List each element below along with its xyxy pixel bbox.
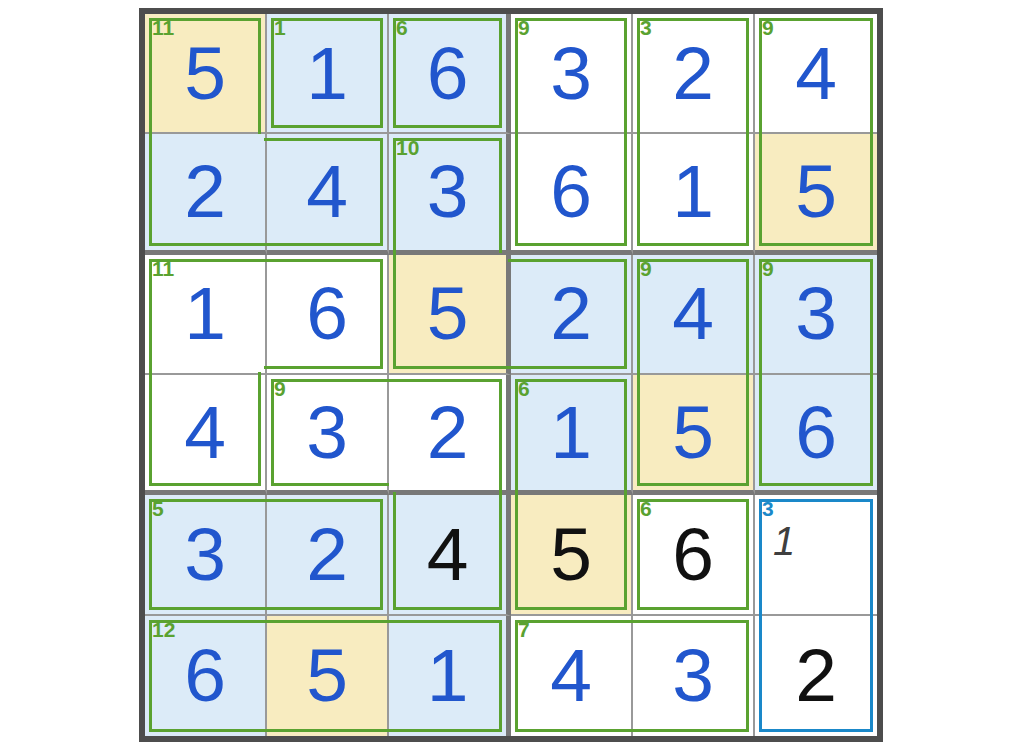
cell-digit: 2 [427, 395, 469, 470]
cell-digit: 4 [795, 36, 837, 111]
cell-digit: 1 [550, 395, 592, 470]
cell-r4c5[interactable]: 5 [633, 375, 755, 495]
board: 1151166933294241036151116529493493261565… [139, 8, 883, 742]
cell-digit: 6 [795, 395, 837, 470]
cell-r5c6[interactable]: 31 [755, 495, 877, 615]
cell-r4c1[interactable]: 4 [145, 375, 267, 495]
cell-r3c5[interactable]: 94 [633, 255, 755, 375]
cell-digit: 4 [672, 276, 714, 351]
cell-r3c6[interactable]: 93 [755, 255, 877, 375]
cage-sum-label: 3 [762, 497, 774, 520]
cell-r2c1[interactable]: 2 [145, 134, 267, 254]
cage-sum-label: 9 [762, 16, 774, 39]
cell-r5c3[interactable]: 4 [389, 495, 511, 615]
cell-digit: 4 [306, 154, 348, 229]
cell-r5c2[interactable]: 2 [267, 495, 389, 615]
cell-digit: 6 [550, 154, 592, 229]
cell-digit: 1 [184, 276, 226, 351]
cell-digit: 4 [550, 638, 592, 713]
cell-digit: 6 [427, 36, 469, 111]
cell-digit: 3 [427, 154, 469, 229]
cell-digit: 5 [184, 36, 226, 111]
cell-digit: 3 [184, 517, 226, 592]
cell-r5c5[interactable]: 66 [633, 495, 755, 615]
cell-r4c6[interactable]: 6 [755, 375, 877, 495]
cell-digit: 4 [184, 395, 226, 470]
cell-r2c2[interactable]: 4 [267, 134, 389, 254]
cell-r3c2[interactable]: 6 [267, 255, 389, 375]
cage-sum-label: 12 [152, 618, 175, 641]
cell-digit: 2 [795, 638, 837, 713]
pencil-marks: 1 [773, 521, 795, 561]
cell-digit: 2 [184, 154, 226, 229]
cell-digit: 4 [427, 517, 469, 592]
cage-sum-label: 3 [640, 16, 652, 39]
cage-sum-label: 9 [274, 377, 286, 400]
cell-r4c4[interactable]: 61 [511, 375, 633, 495]
cell-r6c2[interactable]: 5 [267, 616, 389, 736]
cell-r6c4[interactable]: 74 [511, 616, 633, 736]
cage-sum-label: 5 [152, 497, 164, 520]
cage-sum-label: 10 [396, 136, 419, 159]
cage-sum-label: 1 [274, 16, 286, 39]
cell-digit: 1 [672, 154, 714, 229]
cell-digit: 1 [306, 36, 348, 111]
cell-digit: 5 [672, 395, 714, 470]
cell-r2c6[interactable]: 5 [755, 134, 877, 254]
cell-digit: 2 [550, 276, 592, 351]
cell-r5c4[interactable]: 5 [511, 495, 633, 615]
cell-r2c4[interactable]: 6 [511, 134, 633, 254]
cell-r2c5[interactable]: 1 [633, 134, 755, 254]
cell-r1c1[interactable]: 115 [145, 14, 267, 134]
cage-sum-label: 11 [152, 16, 174, 39]
cage-sum-label: 9 [640, 257, 652, 280]
cage-sum-label: 6 [396, 16, 408, 39]
cage-sum-label: 6 [518, 377, 530, 400]
cell-digit: 5 [550, 517, 592, 592]
cell-r5c1[interactable]: 53 [145, 495, 267, 615]
cell-r1c2[interactable]: 11 [267, 14, 389, 134]
cell-digit: 1 [427, 638, 469, 713]
cell-digit: 3 [795, 276, 837, 351]
cell-r6c6[interactable]: 2 [755, 616, 877, 736]
cell-digit: 2 [306, 517, 348, 592]
cell-digit: 3 [672, 638, 714, 713]
cell-digit: 6 [672, 517, 714, 592]
cell-digit: 5 [427, 276, 469, 351]
cell-r1c6[interactable]: 94 [755, 14, 877, 134]
cage-sum-label: 11 [152, 257, 174, 280]
cage-sum-label: 9 [762, 257, 774, 280]
cage-sum-label: 9 [518, 16, 530, 39]
cell-digit: 5 [795, 154, 837, 229]
cell-r6c5[interactable]: 3 [633, 616, 755, 736]
cell-r1c5[interactable]: 32 [633, 14, 755, 134]
cage-sum-label: 7 [518, 618, 530, 641]
cell-digit: 3 [306, 395, 348, 470]
cell-r4c3[interactable]: 2 [389, 375, 511, 495]
cell-digit: 6 [306, 276, 348, 351]
cell-digit: 5 [306, 638, 348, 713]
cell-r3c3[interactable]: 5 [389, 255, 511, 375]
cage-sum-label: 6 [640, 497, 652, 520]
cell-digit: 3 [550, 36, 592, 111]
cell-r4c2[interactable]: 93 [267, 375, 389, 495]
cell-r6c3[interactable]: 1 [389, 616, 511, 736]
cell-r3c4[interactable]: 2 [511, 255, 633, 375]
cell-r1c4[interactable]: 93 [511, 14, 633, 134]
cell-digit: 2 [672, 36, 714, 111]
cell-r1c3[interactable]: 66 [389, 14, 511, 134]
cell-r3c1[interactable]: 111 [145, 255, 267, 375]
cell-digit: 6 [184, 638, 226, 713]
cell-r2c3[interactable]: 103 [389, 134, 511, 254]
cell-r6c1[interactable]: 126 [145, 616, 267, 736]
